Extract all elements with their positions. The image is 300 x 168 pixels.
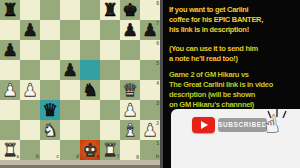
subscribe-card: SUBSCRIBED ☝	[171, 109, 300, 168]
square-d4	[60, 80, 80, 100]
chess-board: ♜♜♚8♟♟♟7♟6♟5♟♟♞♛4♛♟3♞♝♟2♜abcd♚e♜fgh1	[0, 0, 160, 160]
square-f7	[100, 20, 120, 40]
board-bottom-edge	[0, 160, 160, 168]
black-p-piece: ♟	[120, 20, 140, 40]
rank-label: 2	[156, 121, 159, 126]
square-c1: c	[40, 140, 60, 160]
square-a5	[0, 60, 20, 80]
caption-panel: If you want to get Carlini coffee for hi…	[160, 0, 300, 168]
square-g5	[120, 60, 140, 80]
square-h1: h1	[140, 140, 160, 160]
rank-label: 6	[156, 41, 159, 46]
square-a1: ♜a	[0, 140, 20, 160]
file-label: b	[36, 154, 39, 159]
caption-line: his link is in description!	[169, 25, 297, 35]
square-c8	[40, 0, 60, 20]
square-g2: ♝	[120, 120, 140, 140]
caption-block-game2: Game 2 of GM Hikaru vs The Great Carlini…	[169, 70, 297, 110]
caption-line: a note he'll read too!)	[169, 54, 297, 64]
square-h2: ♟2	[140, 120, 160, 140]
square-f5	[100, 60, 120, 80]
square-e4: ♞	[80, 80, 100, 100]
square-h8: 8	[140, 0, 160, 20]
square-b2	[20, 120, 40, 140]
youtube-icon[interactable]	[192, 117, 215, 133]
caption-line: (You can use it to send him	[169, 44, 297, 54]
square-e2	[80, 120, 100, 140]
square-e1: ♚e	[80, 140, 100, 160]
square-a8: ♜	[0, 0, 20, 20]
file-label: g	[136, 154, 139, 159]
square-h5: 5	[140, 60, 160, 80]
white-p-piece: ♟	[20, 80, 40, 100]
play-triangle-icon	[201, 121, 208, 129]
rank-label: 1	[156, 141, 159, 146]
square-a3	[0, 100, 20, 120]
white-n-piece: ♞	[40, 120, 60, 140]
square-e8	[80, 0, 100, 20]
square-d5: ♟	[60, 60, 80, 80]
square-f3	[100, 100, 120, 120]
caption-line: The Great Carlini link is in video	[169, 80, 297, 90]
rank-label: 3	[156, 101, 159, 106]
black-n-piece: ♞	[80, 80, 100, 100]
square-e5	[80, 60, 100, 80]
square-a4: ♟	[0, 80, 20, 100]
square-e3	[80, 100, 100, 120]
white-p-piece: ♟	[120, 100, 140, 120]
square-d6	[60, 40, 80, 60]
square-d8	[60, 0, 80, 20]
square-c6	[40, 40, 60, 60]
square-g3: ♟	[120, 100, 140, 120]
square-c4	[40, 80, 60, 100]
file-label: a	[16, 154, 19, 159]
caption-line: Game 2 of GM Hikaru vs	[169, 70, 297, 80]
white-p-piece: ♟	[0, 80, 20, 100]
square-f6	[100, 40, 120, 60]
square-a2	[0, 120, 20, 140]
square-h3: 3	[140, 100, 160, 120]
rank-label: 4	[156, 81, 159, 86]
square-b4: ♟	[20, 80, 40, 100]
black-p-piece: ♟	[20, 20, 40, 40]
black-k-piece: ♚	[120, 0, 140, 20]
square-f2	[100, 120, 120, 140]
rank-label: 8	[156, 1, 159, 6]
square-d3	[60, 100, 80, 120]
square-b7: ♟	[20, 20, 40, 40]
file-label: h	[156, 154, 159, 159]
square-g4: ♛	[120, 80, 140, 100]
caption-block-coffee: If you want to get Carlini coffee for hi…	[169, 5, 297, 35]
square-b3	[20, 100, 40, 120]
square-c5	[40, 60, 60, 80]
square-g7: ♟	[120, 20, 140, 40]
white-b-piece: ♝	[120, 120, 140, 140]
black-r-piece: ♜	[0, 0, 20, 20]
square-b8	[20, 0, 40, 20]
square-e6	[80, 40, 100, 60]
square-a7	[0, 20, 20, 40]
white-q-piece: ♛	[120, 80, 140, 100]
square-g6	[120, 40, 140, 60]
video-thumbnail: ♜♜♚8♟♟♟7♟6♟5♟♟♞♛4♛♟3♞♝♟2♜abcd♚e♜fgh1 If …	[0, 0, 300, 168]
caption-line: description (will be shown	[169, 90, 297, 100]
square-h7: ♟7	[140, 20, 160, 40]
square-g8: ♚	[120, 0, 140, 20]
square-b1: b	[20, 140, 40, 160]
subscribed-button[interactable]: SUBSCRIBED	[218, 118, 267, 132]
caption-line: coffee for his EPIC BANTER,	[169, 15, 297, 25]
square-e7	[80, 20, 100, 40]
square-f4	[100, 80, 120, 100]
square-g1: g	[120, 140, 140, 160]
square-c2: ♞	[40, 120, 60, 140]
square-f1: ♜f	[100, 140, 120, 160]
square-a6: ♟	[0, 40, 20, 60]
rank-label: 7	[156, 21, 159, 26]
square-h4: 4	[140, 80, 160, 100]
square-d7	[60, 20, 80, 40]
caption-line: If you want to get Carlini	[169, 5, 297, 15]
file-label: e	[96, 154, 99, 159]
file-label: d	[76, 154, 79, 159]
square-c3: ♛	[40, 100, 60, 120]
black-p-piece: ♟	[60, 60, 80, 80]
black-p-piece: ♟	[0, 40, 20, 60]
square-b5	[20, 60, 40, 80]
square-h6: 6	[140, 40, 160, 60]
square-d2	[60, 120, 80, 140]
square-c7	[40, 20, 60, 40]
black-r-piece: ♜	[100, 0, 120, 20]
file-label: c	[56, 154, 59, 159]
rank-label: 5	[156, 61, 159, 66]
square-b6	[20, 40, 40, 60]
black-q-piece: ♛	[40, 100, 60, 120]
square-f8: ♜	[100, 0, 120, 20]
caption-block-note: (You can use it to send him a note he'll…	[169, 44, 297, 64]
square-d1: d	[60, 140, 80, 160]
file-label: f	[117, 154, 119, 159]
